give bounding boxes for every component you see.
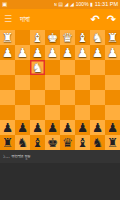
square-g8[interactable]: ♞ [15, 135, 30, 150]
square-c7[interactable]: ♟ [75, 120, 90, 135]
black-queen: ♛ [60, 135, 75, 150]
square-g6[interactable] [15, 105, 30, 120]
square-c8[interactable]: ♝ [75, 135, 90, 150]
square-c5[interactable] [75, 90, 90, 105]
square-a8[interactable]: ♜ [105, 135, 120, 150]
black-pawn: ♟ [45, 120, 60, 135]
square-f2[interactable]: ♟ [30, 45, 45, 60]
square-h6[interactable] [0, 105, 15, 120]
square-f3[interactable]: ♞ [30, 60, 45, 75]
square-e2[interactable]: ♟ [45, 45, 60, 60]
status-icons: ɴ▤◢◢ [53, 0, 74, 9]
square-h7[interactable]: ♟ [0, 120, 15, 135]
battery-icon: ▮ [90, 0, 93, 9]
signal-icon: ◢ [70, 1, 74, 7]
square-c1[interactable]: ♝ [75, 30, 90, 45]
bottom-empty-area [0, 163, 120, 200]
square-d3[interactable] [60, 60, 75, 75]
square-d1[interactable]: ♛ [60, 30, 75, 45]
white-pawn: ♟ [0, 45, 15, 60]
sdcard-icon: ▤ [58, 1, 63, 7]
square-d5[interactable] [60, 90, 75, 105]
white-king: ♚ [45, 30, 60, 45]
black-bishop: ♝ [75, 135, 90, 150]
square-e5[interactable] [45, 90, 60, 105]
square-e1[interactable]: ♚ [45, 30, 60, 45]
black-bishop: ♝ [30, 135, 45, 150]
white-knight: ♞ [30, 60, 45, 75]
square-a7[interactable]: ♟ [105, 120, 120, 135]
black-rook: ♜ [0, 135, 15, 150]
square-b7[interactable]: ♟ [90, 120, 105, 135]
white-rook: ♜ [0, 30, 15, 45]
square-a1[interactable]: ♜ [105, 30, 120, 45]
black-pawn: ♟ [15, 120, 30, 135]
square-c2[interactable]: ♟ [75, 45, 90, 60]
screenshot-notification-icon: ▣ [2, 0, 7, 9]
white-pawn: ♟ [90, 45, 105, 60]
white-pawn: ♟ [105, 45, 120, 60]
square-f7[interactable]: ♟ [30, 120, 45, 135]
white-pawn: ♟ [45, 45, 60, 60]
square-a2[interactable]: ♟ [105, 45, 120, 60]
square-g4[interactable] [15, 75, 30, 90]
square-g1[interactable] [15, 30, 30, 45]
square-f4[interactable] [30, 75, 45, 90]
black-rook: ♜ [105, 135, 120, 150]
status-time: 11:31 PM [95, 0, 118, 9]
square-d6[interactable] [60, 105, 75, 120]
white-knight: ♞ [90, 30, 105, 45]
battery-percent: 100% [76, 0, 89, 9]
undo-arrow-icon[interactable]: ↶ [91, 9, 100, 30]
square-e3[interactable] [45, 60, 60, 75]
square-h1[interactable]: ♜ [0, 30, 15, 45]
white-bishop: ♝ [30, 30, 45, 45]
square-g7[interactable]: ♟ [15, 120, 30, 135]
square-d4[interactable] [60, 75, 75, 90]
signal-icon: ◢ [65, 1, 69, 7]
square-b5[interactable] [90, 90, 105, 105]
move-status-bar: ১... কালোর মুভ [0, 150, 120, 163]
square-f5[interactable] [30, 90, 45, 105]
white-bishop: ♝ [75, 30, 90, 45]
square-c6[interactable] [75, 105, 90, 120]
black-pawn: ♟ [105, 120, 120, 135]
square-d2[interactable]: ♟ [60, 45, 75, 60]
square-b1[interactable]: ♞ [90, 30, 105, 45]
status-bar: ▣ ɴ▤◢◢ 100% ▮ 11:31 PM [0, 0, 120, 9]
square-e7[interactable]: ♟ [45, 120, 60, 135]
square-h5[interactable] [0, 90, 15, 105]
square-a4[interactable] [105, 75, 120, 90]
square-a5[interactable] [105, 90, 120, 105]
square-b3[interactable] [90, 60, 105, 75]
nfc-icon: ɴ [54, 1, 57, 7]
hamburger-menu-icon[interactable]: ☰ [4, 9, 12, 30]
app-title: দাবা [20, 15, 83, 25]
redo-arrow-icon[interactable]: ↷ [107, 9, 116, 30]
black-knight: ♞ [90, 135, 105, 150]
white-pawn: ♟ [60, 45, 75, 60]
square-e8[interactable]: ♚ [45, 135, 60, 150]
square-g3[interactable] [15, 60, 30, 75]
square-h3[interactable] [0, 60, 15, 75]
white-queen: ♛ [60, 30, 75, 45]
white-pawn: ♟ [15, 45, 30, 60]
black-king: ♚ [45, 135, 60, 150]
black-pawn: ♟ [60, 120, 75, 135]
square-f6[interactable] [30, 105, 45, 120]
black-knight: ♞ [15, 135, 30, 150]
black-pawn: ♟ [75, 120, 90, 135]
move-status-text: ১... কালোর মুভ [3, 153, 30, 159]
square-f1[interactable]: ♝ [30, 30, 45, 45]
white-pawn: ♟ [75, 45, 90, 60]
square-d7[interactable]: ♟ [60, 120, 75, 135]
square-h8[interactable]: ♜ [0, 135, 15, 150]
square-f8[interactable]: ♝ [30, 135, 45, 150]
white-rook: ♜ [105, 30, 120, 45]
square-d8[interactable]: ♛ [60, 135, 75, 150]
white-pawn: ♟ [30, 45, 45, 60]
app-toolbar: ☰ দাবা ↶ ↷ [0, 9, 120, 30]
square-g5[interactable] [15, 90, 30, 105]
square-b6[interactable] [90, 105, 105, 120]
square-b8[interactable]: ♞ [90, 135, 105, 150]
square-g2[interactable]: ♟ [15, 45, 30, 60]
square-b4[interactable] [90, 75, 105, 90]
square-a6[interactable] [105, 105, 120, 120]
square-h2[interactable]: ♟ [0, 45, 15, 60]
square-a3[interactable] [105, 60, 120, 75]
square-e6[interactable] [45, 105, 60, 120]
black-pawn: ♟ [90, 120, 105, 135]
square-c4[interactable] [75, 75, 90, 90]
square-c3[interactable] [75, 60, 90, 75]
square-h4[interactable] [0, 75, 15, 90]
black-pawn: ♟ [30, 120, 45, 135]
black-pawn: ♟ [0, 120, 15, 135]
square-e4[interactable] [45, 75, 60, 90]
square-b2[interactable]: ♟ [90, 45, 105, 60]
chess-board: ♜♝♚♛♝♞♜♟♟♟♟♟♟♟♟♞♟♟♟♟♟♟♟♟♜♞♝♚♛♝♞♜ [0, 30, 120, 150]
